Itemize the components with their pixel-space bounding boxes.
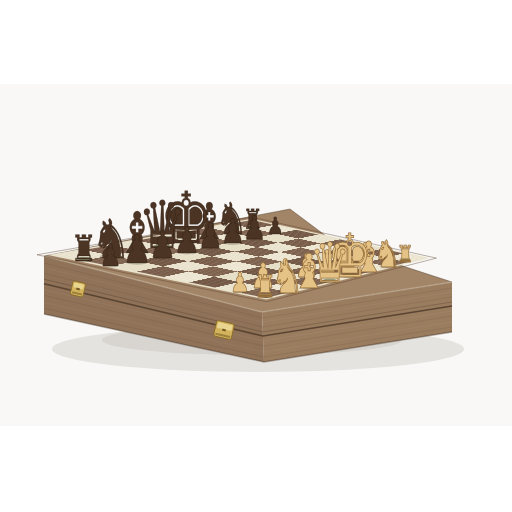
- piece-glyph: ♟: [220, 212, 245, 251]
- piece-white-rook[interactable]: ♜: [254, 269, 276, 305]
- piece-glyph: ♟: [173, 219, 200, 262]
- piece-glyph: ♜: [254, 269, 276, 305]
- piece-glyph: ♟: [230, 267, 250, 299]
- piece-glyph: ♟: [242, 210, 266, 247]
- piece-black-pawn[interactable]: ♟: [267, 212, 284, 239]
- piece-black-pawn[interactable]: ♟: [173, 219, 200, 262]
- piece-black-pawn[interactable]: ♟: [149, 223, 177, 267]
- piece-black-rook[interactable]: ♜: [70, 227, 97, 270]
- chess-set-product-photo: ♜♟♞♝♟♚♟♛♟♝♟♟♞♟♜♜♟♟♟♞♟♝♟♚♟♛♟♝♟♟♞♜: [0, 0, 512, 512]
- chess-pieces-layer: ♜♟♞♝♟♚♟♛♟♝♟♟♞♟♜♜♟♟♟♞♟♝♟♚♟♛♟♝♟♟♞♜: [0, 0, 512, 512]
- piece-black-pawn[interactable]: ♟: [242, 210, 266, 247]
- piece-black-pawn[interactable]: ♟: [99, 238, 122, 274]
- piece-black-pawn[interactable]: ♟: [197, 215, 223, 257]
- piece-white-pawn[interactable]: ♟: [230, 267, 250, 299]
- piece-glyph: ♟: [267, 212, 284, 239]
- piece-glyph: ♟: [123, 226, 152, 273]
- piece-black-pawn[interactable]: ♟: [220, 212, 245, 251]
- piece-black-pawn[interactable]: ♟: [123, 226, 152, 273]
- piece-glyph: ♟: [197, 215, 223, 257]
- chess-pieces: ♜♟♞♝♟♚♟♛♟♝♟♟♞♟♜♜♟♟♟♞♟♝♟♚♟♛♟♝♟♟♞♜: [70, 176, 413, 305]
- piece-glyph: ♟: [149, 223, 177, 267]
- piece-glyph: ♟: [99, 238, 122, 274]
- piece-glyph: ♜: [70, 227, 97, 270]
